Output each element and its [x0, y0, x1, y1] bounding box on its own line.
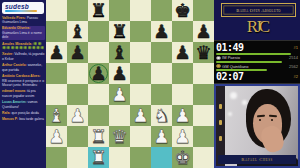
black-pawn: ♟ — [111, 63, 128, 84]
black-player-name: GM Quintiliano — [222, 64, 248, 69]
square-g8[interactable]: ♚ — [172, 0, 193, 21]
white-pawn: ♟ — [153, 126, 170, 147]
chat-message: edmael moura: tá pra nascer jogador assi… — [2, 89, 45, 98]
square-a7[interactable] — [46, 21, 67, 42]
black-pawn: ♟ — [90, 63, 107, 84]
square-c5[interactable]: ♟ — [88, 63, 109, 84]
square-d3[interactable] — [109, 105, 130, 126]
square-c8[interactable]: ♜ — [88, 0, 109, 21]
square-g5[interactable] — [172, 63, 193, 84]
square-a3[interactable]: ♝ — [46, 105, 67, 126]
square-e2[interactable] — [130, 126, 151, 147]
player-row-white: IM Paesio 2514 — [216, 55, 298, 60]
stream-screen: sudesb Valfredo Pires: Passou Guimarães … — [0, 0, 300, 168]
square-a1[interactable] — [46, 147, 67, 168]
square-c1[interactable]: ♜ — [88, 147, 109, 168]
black-bishop: ♝ — [69, 21, 86, 42]
clock-panel: 01:49 #1 IM Paesio 2514 GM Quintiliano 2… — [214, 40, 300, 84]
channel-name: Rafael Chess — [241, 157, 273, 162]
square-h8[interactable] — [193, 0, 214, 21]
square-a8[interactable] — [46, 0, 67, 21]
white-player-rating: 2514 — [289, 55, 298, 60]
white-king: ♚ — [174, 147, 191, 168]
logo-swoosh-icon — [5, 10, 37, 12]
square-b7[interactable]: ♝ — [67, 21, 88, 42]
square-d6[interactable]: ♝ — [109, 42, 130, 63]
square-g3[interactable]: ♟ — [172, 105, 193, 126]
square-g7[interactable] — [172, 21, 193, 42]
chat-message: Marcos P: boa tarde galera — [2, 117, 45, 122]
square-b3[interactable]: ♟ — [67, 105, 88, 126]
square-e5[interactable] — [130, 63, 151, 84]
square-e7[interactable] — [130, 21, 151, 42]
square-f1[interactable] — [151, 147, 172, 168]
black-pawn: ♟ — [153, 21, 170, 42]
sudesb-logo-text: sudesb — [5, 3, 42, 10]
chess-board[interactable]: ♜♚♝♜♟♟♟♟♝♟♛♟♟♟♝♟♟♞♟♟♜♛♟♟♜♚ — [46, 0, 214, 168]
square-h4[interactable] — [193, 84, 214, 105]
square-e6[interactable] — [130, 42, 151, 63]
webcam-frame: Rafael Chess — [214, 84, 300, 168]
white-rook: ♜ — [90, 126, 107, 147]
white-pawn: ♟ — [174, 105, 191, 126]
square-e4[interactable] — [130, 84, 151, 105]
trophy-icon — [219, 120, 222, 125]
white-clock-row: 01:49 #1 — [216, 41, 298, 53]
black-pawn: ♟ — [195, 21, 212, 42]
square-h2[interactable] — [193, 126, 214, 147]
white-pawn: ♟ — [48, 126, 65, 147]
trophy-icon — [219, 136, 222, 141]
square-h3[interactable] — [193, 105, 214, 126]
chat-message: Amules Mirandola: 🍀🍀🍀🍀🍀🍀🍀🍀🍀🍀🍀🍀 — [2, 42, 45, 51]
white-pawn: ♟ — [174, 126, 191, 147]
white-pawn: ♟ — [69, 105, 86, 126]
square-e8[interactable] — [130, 0, 151, 21]
square-e3[interactable]: ♟ — [130, 105, 151, 126]
bokeh-light — [228, 112, 232, 116]
square-c6[interactable] — [88, 42, 109, 63]
square-c4[interactable] — [88, 84, 109, 105]
tournament-banner: Bahia Open Absoluto — [221, 3, 296, 17]
white-queen: ♛ — [111, 126, 128, 147]
square-a2[interactable]: ♟ — [46, 126, 67, 147]
chat-message: Arthur Castelo: wanneke, que partida — [2, 63, 45, 72]
black-rook: ♜ — [90, 0, 107, 21]
square-a5[interactable] — [46, 63, 67, 84]
square-f4[interactable] — [151, 84, 172, 105]
square-g1[interactable]: ♚ — [172, 147, 193, 168]
square-d1[interactable] — [109, 147, 130, 168]
square-e1[interactable] — [130, 147, 151, 168]
white-player-name: IM Paesio — [222, 55, 240, 60]
black-king: ♚ — [174, 0, 191, 21]
chat-message: Xavier: Valfredo, tá jogando o Krikor — [2, 52, 45, 61]
square-f5[interactable] — [151, 63, 172, 84]
square-h7[interactable]: ♟ — [193, 21, 214, 42]
trophy-shelf — [216, 86, 225, 166]
player-white-label: IM Paesio — [216, 55, 240, 60]
chat-message: Antônio Cardoso Alves: RB cearense é per… — [2, 74, 45, 88]
black-queen: ♛ — [195, 42, 212, 63]
square-h1[interactable] — [193, 147, 214, 168]
square-a4[interactable] — [46, 84, 67, 105]
webcam-caption-bar: Rafael Chess — [218, 155, 296, 164]
white-pawn: ♟ — [111, 84, 128, 105]
black-player-rating: 2562 — [289, 64, 298, 69]
black-pawn: ♟ — [48, 42, 65, 63]
square-f2[interactable]: ♟ — [151, 126, 172, 147]
black-pawn: ♟ — [69, 42, 86, 63]
chat-message: Rafa: que posição doida — [2, 111, 45, 116]
square-d4[interactable]: ♟ — [109, 84, 130, 105]
black-clock-row: 02:07 #2 — [216, 71, 298, 83]
square-b1[interactable] — [67, 147, 88, 168]
trophy-icon — [219, 104, 222, 109]
bokeh-light — [230, 92, 237, 99]
square-f8[interactable] — [151, 0, 172, 21]
white-clock-tag: #1 — [294, 45, 298, 50]
chat-list[interactable]: Valfredo Pires: Passou Guimarães LimaEdu… — [2, 16, 45, 122]
square-f3[interactable]: ♞ — [151, 105, 172, 126]
square-a6[interactable]: ♟ — [46, 42, 67, 63]
black-clock-tag: #2 — [294, 74, 298, 79]
square-h6[interactable]: ♛ — [193, 42, 214, 63]
square-h5[interactable] — [193, 63, 214, 84]
tournament-title: Bahia Open Absoluto — [236, 8, 280, 13]
chat-message: Lucas Amorim: vamos Quintiliano! — [2, 100, 45, 109]
black-bishop: ♝ — [111, 42, 128, 63]
square-c2[interactable]: ♜ — [88, 126, 109, 147]
black-clock: 02:07 — [216, 71, 244, 82]
square-d2[interactable]: ♛ — [109, 126, 130, 147]
square-f6[interactable] — [151, 42, 172, 63]
square-d8[interactable] — [109, 0, 130, 21]
white-clock: 01:49 — [216, 42, 244, 53]
tournament-monogram: RJC — [214, 16, 300, 38]
white-player-dot-icon — [216, 56, 221, 61]
chat-sidebar[interactable]: sudesb Valfredo Pires: Passou Guimarães … — [0, 0, 46, 168]
white-pawn: ♟ — [132, 105, 149, 126]
white-bishop: ♝ — [48, 105, 65, 126]
square-b5[interactable] — [67, 63, 88, 84]
black-pawn: ♟ — [174, 42, 191, 63]
square-b4[interactable] — [67, 84, 88, 105]
square-d5[interactable]: ♟ — [109, 63, 130, 84]
sudesb-logo: sudesb — [2, 2, 44, 14]
white-rook: ♜ — [90, 147, 107, 168]
black-rook: ♜ — [111, 21, 128, 42]
square-c3[interactable] — [88, 105, 109, 126]
chat-message: Valfredo Pires: Passou Guimarães Lima — [2, 16, 45, 25]
white-knight: ♞ — [153, 105, 170, 126]
chat-message: Eduardo Oliveira: Guimarães Lima é o nom… — [2, 26, 45, 40]
square-b6[interactable]: ♟ — [67, 42, 88, 63]
square-b2[interactable] — [67, 126, 88, 147]
square-c7[interactable] — [88, 21, 109, 42]
square-g2[interactable]: ♟ — [172, 126, 193, 147]
bokeh-light — [242, 100, 247, 105]
webcam-video: Rafael Chess — [216, 86, 298, 166]
square-d7[interactable]: ♜ — [109, 21, 130, 42]
player-row-black: GM Quintiliano 2562 — [216, 63, 298, 68]
square-g4[interactable] — [172, 84, 193, 105]
player-black-label: GM Quintiliano — [216, 64, 249, 69]
black-player-dot-icon — [216, 64, 221, 69]
square-f7[interactable]: ♟ — [151, 21, 172, 42]
square-g6[interactable]: ♟ — [172, 42, 193, 63]
square-b8[interactable] — [67, 0, 88, 21]
